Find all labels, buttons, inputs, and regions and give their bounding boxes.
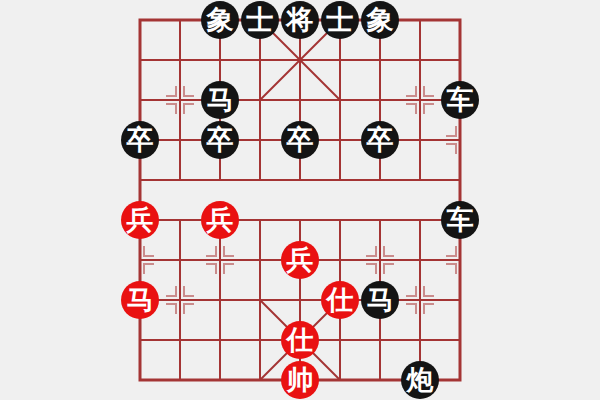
point-marker (446, 126, 474, 154)
piece-red-horse[interactable]: 马 (121, 281, 159, 319)
piece-red-soldier[interactable]: 兵 (281, 241, 319, 279)
point-marker (206, 246, 234, 274)
point-marker (406, 86, 434, 114)
piece-black-soldier[interactable]: 卒 (201, 121, 239, 159)
point-marker (366, 246, 394, 274)
piece-red-advisor[interactable]: 仕 (321, 281, 359, 319)
piece-black-horse[interactable]: 马 (361, 281, 399, 319)
piece-red-soldier[interactable]: 兵 (121, 201, 159, 239)
piece-black-horse[interactable]: 马 (201, 81, 239, 119)
piece-black-soldier[interactable]: 卒 (121, 121, 159, 159)
piece-black-chariot[interactable]: 车 (441, 81, 479, 119)
point-marker (126, 246, 154, 274)
piece-black-chariot[interactable]: 车 (441, 201, 479, 239)
point-marker (166, 286, 194, 314)
piece-black-cannon[interactable]: 炮 (401, 361, 439, 399)
piece-black-soldier[interactable]: 卒 (281, 121, 319, 159)
piece-black-advisor[interactable]: 士 (241, 1, 279, 39)
piece-red-soldier[interactable]: 兵 (201, 201, 239, 239)
point-marker (406, 286, 434, 314)
piece-red-general[interactable]: 帅 (281, 361, 319, 399)
point-marker (446, 246, 474, 274)
piece-black-elephant[interactable]: 象 (201, 1, 239, 39)
piece-black-elephant[interactable]: 象 (361, 1, 399, 39)
piece-black-soldier[interactable]: 卒 (361, 121, 399, 159)
point-marker (166, 86, 194, 114)
xiangqi-board: 象士将士象马车卒卒卒卒兵兵车兵马仕马仕帅炮 (140, 20, 460, 380)
piece-black-general[interactable]: 将 (281, 1, 319, 39)
piece-red-advisor[interactable]: 仕 (281, 321, 319, 359)
app-background: 象士将士象马车卒卒卒卒兵兵车兵马仕马仕帅炮 (0, 0, 600, 400)
piece-black-advisor[interactable]: 士 (321, 1, 359, 39)
